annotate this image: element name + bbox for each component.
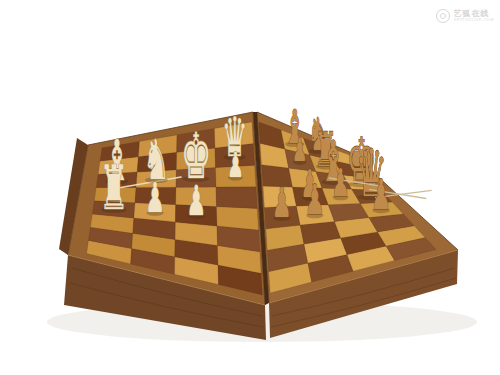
piece-black-pawn-f4: ♟ [305,176,325,225]
piece-white-pawn-d6: ♟ [227,144,244,185]
watermark-logo-icon [436,9,450,23]
pawn-glyph: ♟ [227,144,244,185]
watermark: 艺狐在线 ARTFOXLIVE.COM [436,9,494,23]
pawn-glyph: ♟ [272,178,292,227]
piece-white-pawn-b4: ♟ [145,173,165,222]
pawn-glyph: ♟ [331,160,350,205]
rook-glyph: ♜ [99,152,129,224]
chess-set-photo: ♝♞♛♟♜♟♚♞♝♝♚♛♟♟♜♟♟♟♟♟ 艺狐在线 ARTFOXLIVE.COM [0,0,500,375]
piece-white-rook-a4: ♜ [99,152,129,224]
pawn-glyph: ♟ [145,173,165,222]
chessboard: ♝♞♛♟♜♟♚♞♝♝♚♛♟♟♜♟♟♟♟♟ [0,0,500,375]
piece-white-pawn-c4: ♟ [186,176,206,225]
pawn-glyph: ♟ [186,176,206,225]
pawn-glyph: ♟ [305,176,325,225]
pawn-glyph: ♟ [371,171,391,220]
square-d5 [216,187,257,209]
square-d4 [217,207,259,231]
watermark-site-url: ARTFOXLIVE.COM [453,18,494,22]
piece-black-pawn-e4: ♟ [272,178,292,227]
